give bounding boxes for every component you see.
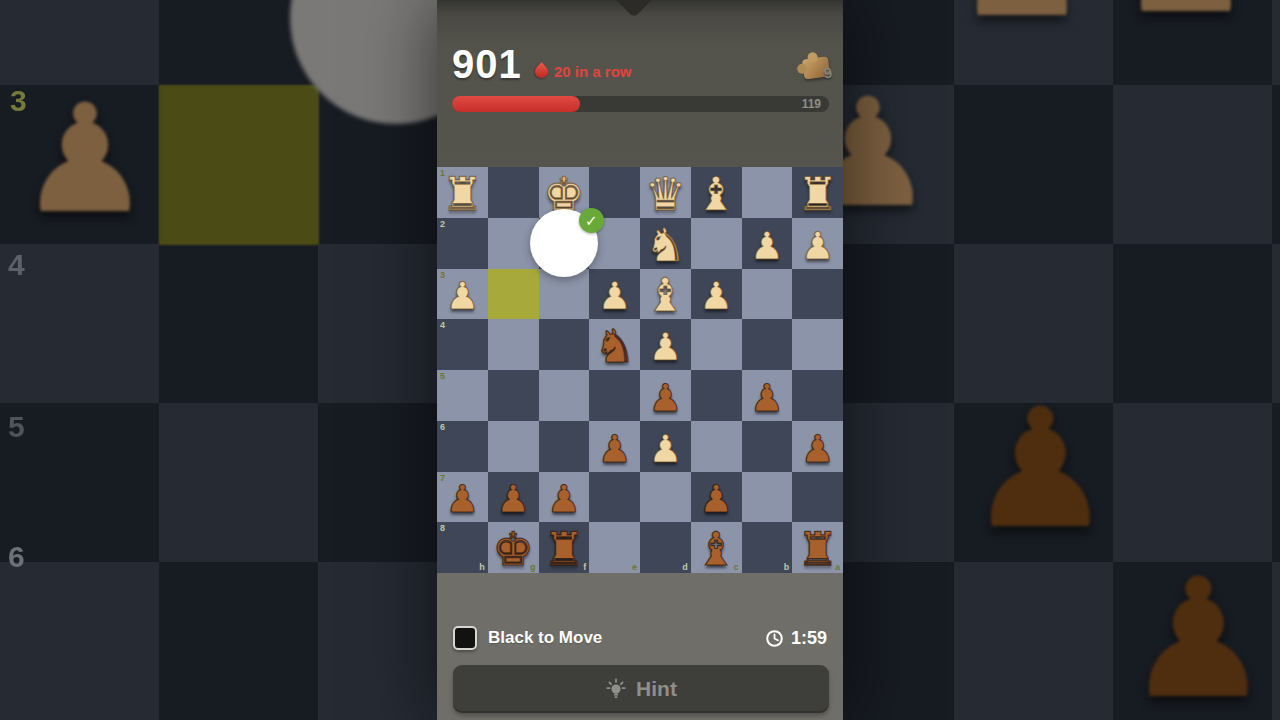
square-g6[interactable]: [488, 421, 539, 472]
background-white-pawn: ♟: [10, 84, 160, 234]
piece-white-pawn[interactable]: ♟: [691, 277, 742, 315]
checkmark-badge-icon: ✓: [579, 208, 604, 233]
progress-label: 119: [802, 96, 821, 112]
square-f5[interactable]: [539, 370, 590, 421]
background-white-pawn: ♟: [1111, 0, 1261, 34]
rank-label: 5: [440, 371, 445, 381]
square-c6[interactable]: [691, 421, 742, 472]
square-d3[interactable]: ♝: [640, 269, 691, 320]
square-h6[interactable]: 6: [437, 421, 488, 472]
streak-flame-icon: [532, 62, 550, 80]
square-d2[interactable]: ♞: [640, 218, 691, 269]
file-label: h: [479, 562, 485, 572]
square-e6[interactable]: ♟: [589, 421, 640, 472]
puzzle-piece-icon[interactable]: 9: [794, 46, 837, 89]
square-f6[interactable]: [539, 421, 590, 472]
square-g7[interactable]: ♟: [488, 472, 539, 523]
piece-black-rook[interactable]: ♜: [792, 526, 843, 572]
piece-white-pawn[interactable]: ♟: [742, 227, 793, 265]
correct-move-indicator: ✓: [530, 209, 598, 277]
square-c3[interactable]: ♟: [691, 269, 742, 320]
square-c7[interactable]: ♟: [691, 472, 742, 523]
square-e7[interactable]: [589, 472, 640, 523]
header-panel: 901 20 in a row 9 119: [437, 0, 843, 167]
background-rank-label: 4: [8, 248, 25, 282]
piece-black-pawn[interactable]: ♟: [589, 430, 640, 468]
piece-white-pawn[interactable]: ♟: [589, 277, 640, 315]
square-b7[interactable]: [742, 472, 793, 523]
square-a8[interactable]: a♜: [792, 522, 843, 573]
square-f8[interactable]: f♜: [539, 522, 590, 573]
progress-fill: [452, 96, 580, 112]
square-a6[interactable]: ♟: [792, 421, 843, 472]
square-h3[interactable]: 3♟: [437, 269, 488, 320]
square-h5[interactable]: 5: [437, 370, 488, 421]
background-highlight-square: [159, 85, 319, 245]
square-c2[interactable]: [691, 218, 742, 269]
square-f4[interactable]: [539, 319, 590, 370]
square-a4[interactable]: [792, 319, 843, 370]
square-b8[interactable]: b: [742, 522, 793, 573]
rank-label: 2: [440, 219, 445, 229]
square-b2[interactable]: ♟: [742, 218, 793, 269]
piece-white-knight[interactable]: ♞: [640, 222, 691, 268]
piece-white-pawn[interactable]: ♟: [792, 227, 843, 265]
square-d5[interactable]: ♟: [640, 370, 691, 421]
background-rank-label: 3: [10, 84, 27, 118]
piece-black-pawn[interactable]: ♟: [640, 379, 691, 417]
file-label: e: [632, 562, 637, 572]
piece-black-bishop[interactable]: ♝: [691, 526, 742, 572]
square-c1[interactable]: ♝: [691, 167, 742, 218]
piece-black-rook[interactable]: ♜: [539, 526, 590, 572]
background-white-pawn: ♟: [947, 0, 1097, 38]
square-b4[interactable]: [742, 319, 793, 370]
piece-white-bishop[interactable]: ♝: [640, 272, 691, 318]
piece-white-pawn[interactable]: ♟: [640, 430, 691, 468]
piece-black-pawn[interactable]: ♟: [488, 480, 539, 518]
square-a3[interactable]: [792, 269, 843, 320]
square-a7[interactable]: [792, 472, 843, 523]
piece-black-pawn[interactable]: ♟: [792, 430, 843, 468]
square-g4[interactable]: [488, 319, 539, 370]
square-c5[interactable]: [691, 370, 742, 421]
footer-panel: Black to Move 1:59: [437, 573, 843, 720]
square-c4[interactable]: [691, 319, 742, 370]
square-b3[interactable]: [742, 269, 793, 320]
puzzle-app-panel: 901 20 in a row 9 119 1♜♚♛♝♜2♞♟♟3♟♟♝♟4♞♟…: [437, 0, 843, 720]
piece-white-queen[interactable]: ♛: [640, 171, 691, 217]
turn-row: Black to Move 1:59: [453, 626, 827, 650]
turn-label: Black to Move: [488, 628, 765, 648]
square-h2[interactable]: 2: [437, 218, 488, 269]
file-label: d: [682, 562, 688, 572]
piece-white-pawn[interactable]: ♟: [640, 328, 691, 366]
hint-button[interactable]: Hint: [453, 665, 829, 713]
background-black-pawn: ♟: [958, 387, 1123, 552]
piece-black-knight[interactable]: ♞: [589, 323, 640, 369]
square-a5[interactable]: [792, 370, 843, 421]
piece-white-rook[interactable]: ♜: [437, 171, 488, 217]
piece-black-king[interactable]: ♚: [488, 526, 539, 572]
square-f7[interactable]: ♟: [539, 472, 590, 523]
rank-label: 6: [440, 422, 445, 432]
square-h1[interactable]: 1♜: [437, 167, 488, 218]
top-chevron-icon[interactable]: [614, 0, 654, 18]
piece-white-pawn[interactable]: ♟: [437, 277, 488, 315]
piece-black-pawn[interactable]: ♟: [539, 480, 590, 518]
puzzle-badge-count: 9: [822, 64, 833, 82]
clock-icon: [765, 629, 784, 648]
lightbulb-icon: [605, 678, 627, 700]
square-e5[interactable]: [589, 370, 640, 421]
square-e3[interactable]: ♟: [589, 269, 640, 320]
background-rank-label: 6: [8, 540, 25, 574]
square-c8[interactable]: c♝: [691, 522, 742, 573]
rank-label: 4: [440, 320, 445, 330]
square-d1[interactable]: ♛: [640, 167, 691, 218]
square-e8[interactable]: e: [589, 522, 640, 573]
square-g3[interactable]: [488, 269, 539, 320]
square-d4[interactable]: ♟: [640, 319, 691, 370]
square-b6[interactable]: [742, 421, 793, 472]
piece-white-bishop[interactable]: ♝: [691, 171, 742, 217]
piece-black-pawn[interactable]: ♟: [742, 379, 793, 417]
square-g8[interactable]: g♚: [488, 522, 539, 573]
square-g5[interactable]: [488, 370, 539, 421]
square-h8[interactable]: 8h: [437, 522, 488, 573]
hint-label: Hint: [636, 677, 677, 701]
piece-white-rook[interactable]: ♜: [792, 171, 843, 217]
background-rank-label: 5: [8, 410, 25, 444]
streak-label: 20 in a row: [554, 63, 632, 80]
square-b1[interactable]: [742, 167, 793, 218]
square-a1[interactable]: ♜: [792, 167, 843, 218]
square-h4[interactable]: 4: [437, 319, 488, 370]
rank-label: 8: [440, 523, 445, 533]
chess-board: 1♜♚♛♝♜2♞♟♟3♟♟♝♟4♞♟5♟♟6♟♟♟7♟♟♟♟8hg♚f♜edc♝…: [437, 167, 843, 573]
black-to-move-checkbox[interactable]: [453, 626, 477, 650]
square-b5[interactable]: ♟: [742, 370, 793, 421]
square-g1[interactable]: [488, 167, 539, 218]
streak-indicator: 20 in a row: [535, 63, 632, 80]
square-d8[interactable]: d: [640, 522, 691, 573]
timer-value: 1:59: [791, 628, 827, 649]
score-value: 901: [452, 42, 522, 87]
square-a2[interactable]: ♟: [792, 218, 843, 269]
background-black-pawn: ♟: [1116, 557, 1280, 720]
square-d6[interactable]: ♟: [640, 421, 691, 472]
square-h7[interactable]: 7♟: [437, 472, 488, 523]
square-d7[interactable]: [640, 472, 691, 523]
square-e4[interactable]: ♞: [589, 319, 640, 370]
file-label: b: [784, 562, 790, 572]
piece-black-pawn[interactable]: ♟: [691, 480, 742, 518]
screenshot-root: ♟ ♟ ♟ ♟ ♟ ♟ 3 4 5 6 901 20 in a row 9: [0, 0, 1280, 720]
piece-black-pawn[interactable]: ♟: [437, 480, 488, 518]
progress-bar: 119: [452, 96, 829, 112]
